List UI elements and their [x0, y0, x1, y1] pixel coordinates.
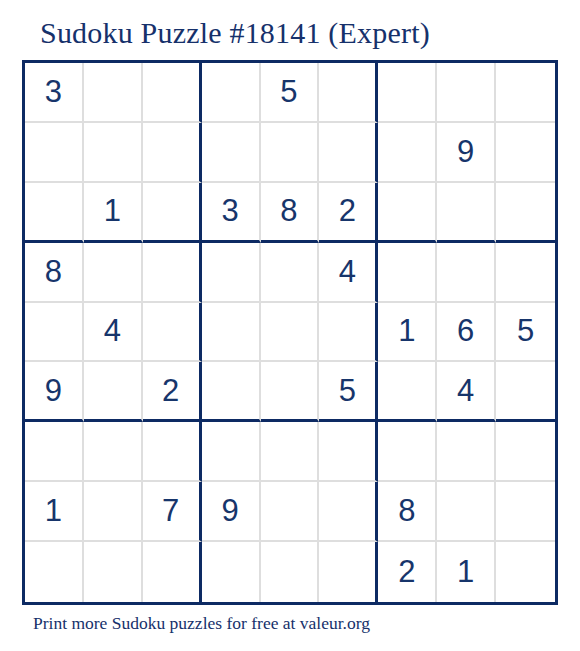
sudoku-cell-given: 2 — [143, 362, 202, 422]
sudoku-cell-given: 2 — [378, 542, 437, 602]
sudoku-cell-given: 1 — [437, 542, 496, 602]
sudoku-cell-given: 5 — [319, 362, 378, 422]
sudoku-page: Sudoku Puzzle #18141 (Expert) 3591382844… — [0, 0, 580, 651]
sudoku-cell-empty[interactable] — [202, 542, 261, 602]
sudoku-cell-empty[interactable] — [437, 482, 496, 542]
sudoku-cell-empty[interactable] — [319, 422, 378, 482]
sudoku-cell-empty[interactable] — [143, 183, 202, 243]
sudoku-cell-empty[interactable] — [143, 63, 202, 123]
sudoku-cell-empty[interactable] — [261, 243, 320, 303]
sudoku-cell-empty[interactable] — [261, 422, 320, 482]
sudoku-cell-empty[interactable] — [143, 422, 202, 482]
sudoku-cell-given: 3 — [202, 183, 261, 243]
sudoku-cell-empty[interactable] — [84, 482, 143, 542]
sudoku-cell-empty[interactable] — [496, 482, 555, 542]
sudoku-cell-empty[interactable] — [261, 303, 320, 363]
sudoku-cell-empty[interactable] — [261, 123, 320, 183]
sudoku-cell-empty[interactable] — [378, 63, 437, 123]
sudoku-cell-empty[interactable] — [496, 63, 555, 123]
sudoku-cell-empty[interactable] — [437, 183, 496, 243]
sudoku-cell-empty[interactable] — [84, 422, 143, 482]
sudoku-cell-given: 5 — [261, 63, 320, 123]
sudoku-cell-given: 9 — [202, 482, 261, 542]
sudoku-cell-given: 4 — [319, 243, 378, 303]
sudoku-cell-empty[interactable] — [261, 542, 320, 602]
sudoku-cell-given: 3 — [25, 63, 84, 123]
sudoku-cell-empty[interactable] — [378, 362, 437, 422]
sudoku-cell-empty[interactable] — [496, 422, 555, 482]
sudoku-cell-empty[interactable] — [84, 243, 143, 303]
sudoku-cell-given: 1 — [84, 183, 143, 243]
sudoku-cell-given: 8 — [378, 482, 437, 542]
sudoku-cell-empty[interactable] — [25, 542, 84, 602]
sudoku-cell-empty[interactable] — [437, 243, 496, 303]
sudoku-cell-given: 8 — [261, 183, 320, 243]
sudoku-cell-empty[interactable] — [496, 183, 555, 243]
sudoku-cell-empty[interactable] — [319, 123, 378, 183]
sudoku-cell-given: 8 — [25, 243, 84, 303]
sudoku-cell-given: 6 — [437, 303, 496, 363]
sudoku-cell-empty[interactable] — [25, 303, 84, 363]
sudoku-cell-given: 2 — [319, 183, 378, 243]
sudoku-cell-given: 4 — [84, 303, 143, 363]
sudoku-cell-empty[interactable] — [496, 542, 555, 602]
sudoku-cell-empty[interactable] — [84, 123, 143, 183]
sudoku-cell-empty[interactable] — [25, 183, 84, 243]
sudoku-cell-empty[interactable] — [202, 303, 261, 363]
sudoku-cell-empty[interactable] — [25, 422, 84, 482]
sudoku-cell-given: 9 — [437, 123, 496, 183]
sudoku-cell-given: 1 — [378, 303, 437, 363]
sudoku-cell-empty[interactable] — [319, 303, 378, 363]
footer-text: Print more Sudoku puzzles for free at va… — [33, 613, 370, 634]
sudoku-cell-empty[interactable] — [496, 243, 555, 303]
sudoku-cell-empty[interactable] — [437, 63, 496, 123]
sudoku-cell-empty[interactable] — [319, 63, 378, 123]
sudoku-cell-empty[interactable] — [202, 123, 261, 183]
sudoku-cell-empty[interactable] — [496, 362, 555, 422]
sudoku-cell-empty[interactable] — [84, 362, 143, 422]
sudoku-cell-empty[interactable] — [437, 422, 496, 482]
sudoku-cell-given: 4 — [437, 362, 496, 422]
sudoku-cell-empty[interactable] — [378, 123, 437, 183]
sudoku-cell-empty[interactable] — [143, 243, 202, 303]
sudoku-cell-empty[interactable] — [202, 243, 261, 303]
page-title: Sudoku Puzzle #18141 (Expert) — [40, 16, 430, 50]
sudoku-cell-empty[interactable] — [261, 362, 320, 422]
sudoku-cell-empty[interactable] — [25, 123, 84, 183]
sudoku-cell-given: 1 — [25, 482, 84, 542]
sudoku-cell-empty[interactable] — [319, 482, 378, 542]
sudoku-board: 35913828441659254179821 — [22, 60, 558, 605]
sudoku-cell-empty[interactable] — [496, 123, 555, 183]
sudoku-cell-empty[interactable] — [378, 183, 437, 243]
sudoku-cell-given: 7 — [143, 482, 202, 542]
sudoku-cell-given: 9 — [25, 362, 84, 422]
sudoku-cell-empty[interactable] — [261, 482, 320, 542]
sudoku-cell-empty[interactable] — [202, 63, 261, 123]
sudoku-cell-empty[interactable] — [143, 542, 202, 602]
sudoku-cell-empty[interactable] — [143, 303, 202, 363]
sudoku-cell-empty[interactable] — [143, 123, 202, 183]
sudoku-cell-empty[interactable] — [84, 542, 143, 602]
sudoku-cell-empty[interactable] — [84, 63, 143, 123]
sudoku-cell-empty[interactable] — [378, 422, 437, 482]
sudoku-cell-empty[interactable] — [202, 422, 261, 482]
sudoku-cell-empty[interactable] — [202, 362, 261, 422]
sudoku-cell-empty[interactable] — [319, 542, 378, 602]
sudoku-cell-empty[interactable] — [378, 243, 437, 303]
sudoku-cell-given: 5 — [496, 303, 555, 363]
